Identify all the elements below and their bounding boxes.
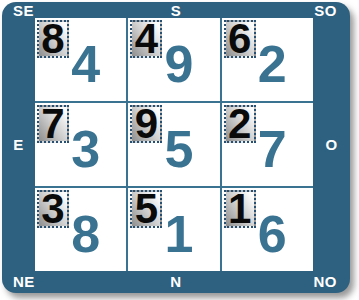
cell-r2c1-e: 3 7 (35, 103, 126, 186)
annual-star-box: 8 (37, 20, 69, 58)
annual-star-box: 6 (224, 20, 256, 58)
compass-label-east: E (2, 18, 35, 271)
annual-star-box: 9 (130, 105, 162, 143)
annual-star-box: 5 (130, 190, 162, 228)
annual-star-box: 2 (224, 105, 256, 143)
cell-r2c2-center: 5 9 (128, 103, 219, 186)
compass-label-northwest: NO (314, 274, 338, 289)
cell-r2c3-o: 7 2 (222, 103, 313, 186)
cell-r1c2-s: 9 4 (128, 18, 219, 101)
annual-star-box: 4 (130, 20, 162, 58)
compass-label-north: N (2, 274, 350, 289)
cell-r1c1-se: 4 8 (35, 18, 126, 101)
annual-star-box: 7 (37, 105, 69, 143)
annual-star-box: 3 (37, 190, 69, 228)
feng-shui-board-frame: SE S SO E O NE N NO 4 8 9 4 2 6 3 7 5 9 … (2, 2, 350, 293)
cell-r3c3-no: 6 1 (222, 188, 313, 271)
cell-r1c3-so: 2 6 (222, 18, 313, 101)
lo-shu-grid: 4 8 9 4 2 6 3 7 5 9 7 2 8 3 1 5 (35, 18, 313, 271)
compass-label-south: S (2, 3, 350, 18)
annual-star-box: 1 (224, 190, 256, 228)
cell-r3c1-ne: 8 3 (35, 188, 126, 271)
compass-label-southwest: SO (314, 3, 337, 18)
compass-label-west: O (313, 18, 350, 271)
cell-r3c2-n: 1 5 (128, 188, 219, 271)
